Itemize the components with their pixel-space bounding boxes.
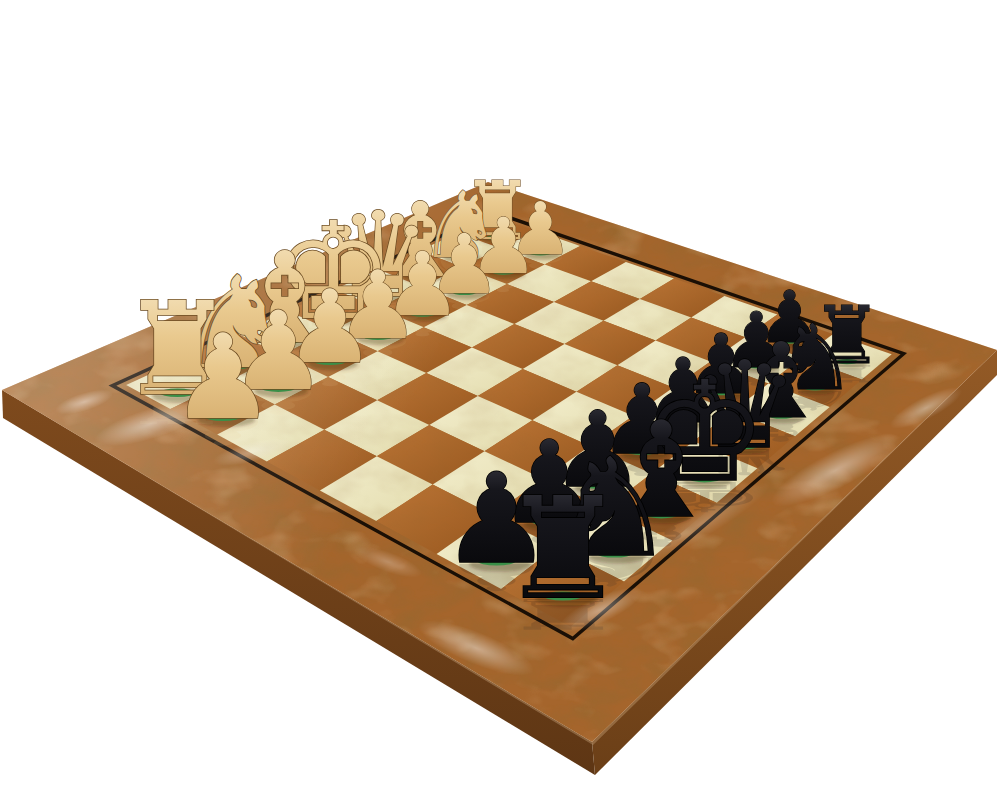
piece-black-rook-h8: ♜ xyxy=(500,467,626,630)
chess-board: ♜♜♟♟♞♞♟♟♝♝♟♟♛♛♟♟♚♚♟♟♝♝♟♟♟♟♜♜♞♞♟♟♞♞♟♟♟♟♜♜… xyxy=(0,0,1000,800)
piece-white-pawn-h2: ♟ xyxy=(170,309,275,446)
chess-set-product-photo: ♜♜♟♟♞♞♟♟♝♝♟♟♛♛♟♟♚♚♟♟♝♝♟♟♟♟♜♜♞♞♟♟♞♞♟♟♟♟♜♜… xyxy=(0,0,1000,800)
